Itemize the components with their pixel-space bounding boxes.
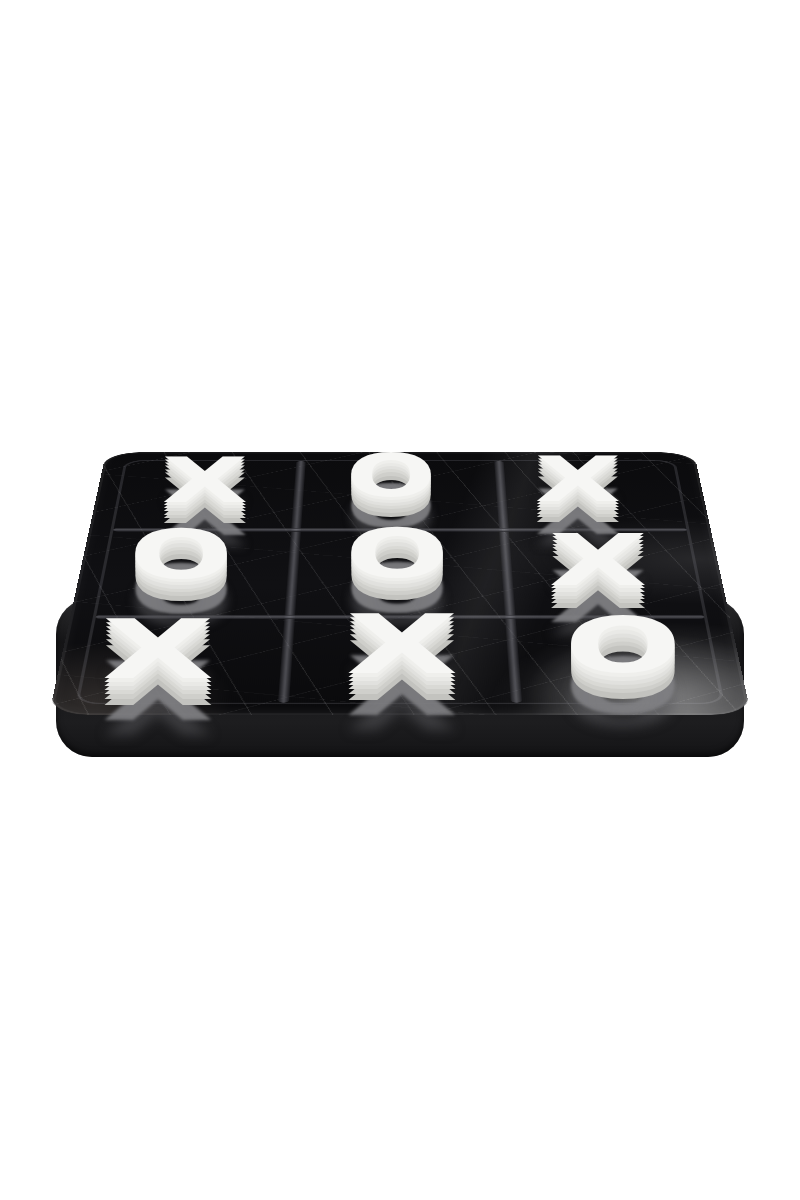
product-photo: X O X O O X X X O: [0, 0, 800, 1200]
piece-x: X: [162, 457, 248, 503]
piece-o: O: [564, 617, 681, 674]
piece-o: O: [345, 528, 449, 579]
pieces-layer: X O X O O X X X O: [0, 0, 800, 1200]
piece-x: X: [346, 614, 459, 674]
piece-o: O: [129, 529, 233, 580]
piece-x: X: [549, 533, 648, 586]
piece-x: X: [535, 456, 621, 502]
piece-o: O: [346, 454, 436, 498]
piece-x: X: [102, 619, 215, 679]
